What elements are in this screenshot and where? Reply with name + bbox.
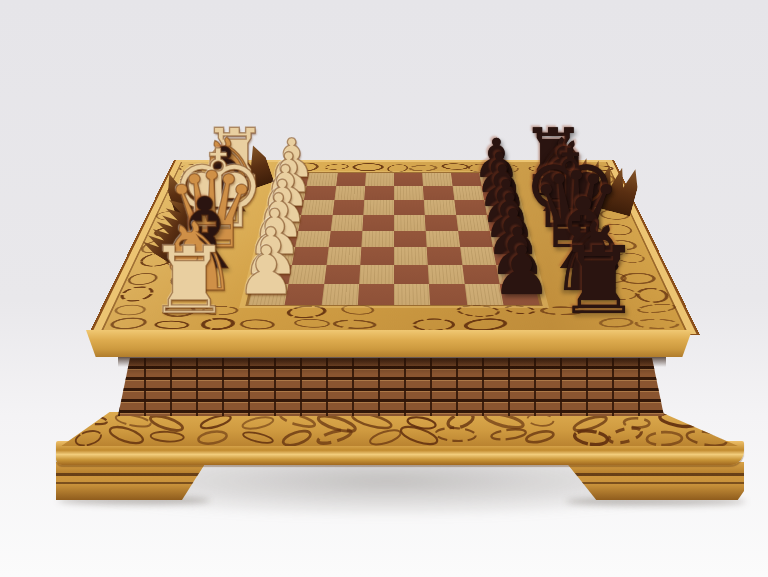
square-h3[interactable] [336, 173, 366, 186]
square-f5[interactable] [394, 200, 425, 215]
square-e3[interactable] [330, 215, 363, 231]
box-foot-left [56, 462, 206, 500]
square-b3[interactable] [324, 265, 360, 284]
black-pawn[interactable]: ♟ [492, 237, 552, 304]
square-c3[interactable] [326, 247, 361, 265]
square-b6[interactable] [428, 265, 464, 284]
black-rook[interactable]: ♜ [557, 236, 640, 329]
square-d3[interactable] [328, 231, 362, 248]
square-c4[interactable] [360, 247, 394, 265]
square-e4[interactable] [362, 215, 394, 231]
square-d5[interactable] [394, 231, 427, 248]
square-c6[interactable] [427, 247, 462, 265]
square-a6[interactable] [429, 284, 467, 304]
square-f3[interactable] [332, 200, 364, 215]
square-b4[interactable] [359, 265, 394, 284]
square-a3[interactable] [321, 284, 359, 304]
square-a5[interactable] [394, 284, 430, 304]
chess-set-photo: ♜♞♝♛♚♝♞♜♟♟♟♟♟♟♟♟♟♟♟♟♟♟♟♟♜♞♝♛♚♝♞♜ [0, 0, 768, 577]
square-h5[interactable] [394, 173, 423, 186]
white-pawn[interactable]: ♟ [236, 237, 296, 304]
square-e5[interactable] [394, 215, 426, 231]
square-g5[interactable] [394, 186, 424, 200]
square-f6[interactable] [424, 200, 456, 215]
box-foot-right [566, 462, 744, 500]
square-e6[interactable] [425, 215, 458, 231]
cobblestone-carving [60, 412, 740, 446]
square-d4[interactable] [361, 231, 394, 248]
square-h6[interactable] [422, 173, 452, 186]
square-d6[interactable] [426, 231, 460, 248]
box-carved-slope [60, 412, 740, 446]
square-g4[interactable] [364, 186, 394, 200]
square-h4[interactable] [365, 173, 394, 186]
square-g6[interactable] [423, 186, 454, 200]
square-b5[interactable] [394, 265, 429, 284]
white-rook[interactable]: ♜ [148, 236, 231, 329]
square-c5[interactable] [394, 247, 428, 265]
square-g3[interactable] [334, 186, 365, 200]
square-a4[interactable] [358, 284, 394, 304]
square-f4[interactable] [363, 200, 394, 215]
